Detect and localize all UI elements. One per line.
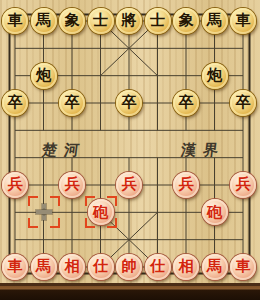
board-point-i9[interactable]: [229, 35, 258, 62]
board-point-i7[interactable]: 卒: [229, 89, 258, 116]
board-point-b3[interactable]: [29, 199, 58, 226]
piece-black-soldier-5[interactable]: 卒: [230, 90, 256, 116]
piece-red-soldier-5[interactable]: 兵: [230, 172, 256, 198]
board-point-e1[interactable]: 帥: [115, 253, 144, 280]
board-point-e4[interactable]: 兵: [115, 171, 144, 198]
board-point-g3[interactable]: [172, 199, 201, 226]
cross-center-diamond: [39, 208, 47, 216]
board-point-f3[interactable]: [143, 199, 172, 226]
board-point-f9[interactable]: [143, 35, 172, 62]
board-point-a7[interactable]: 卒: [1, 89, 30, 116]
board-point-b1[interactable]: 馬: [29, 253, 58, 280]
board-point-c6[interactable]: [58, 117, 87, 144]
piece-black-cannon-right[interactable]: 炮: [202, 63, 228, 89]
board-point-i5[interactable]: [229, 144, 258, 171]
board-point-h4[interactable]: [200, 171, 229, 198]
board-point-b6[interactable]: [29, 117, 58, 144]
board-point-f2[interactable]: [143, 226, 172, 253]
board-point-h7[interactable]: [200, 89, 229, 116]
board-point-h2[interactable]: [200, 226, 229, 253]
piece-black-advisor-right[interactable]: 士: [145, 8, 171, 34]
board-grid: 車馬象士將士象馬車炮炮卒卒卒卒卒兵兵兵兵兵砲砲車馬相仕帥仕相馬車: [1, 7, 258, 280]
board-point-f5[interactable]: [143, 144, 172, 171]
board-point-d5[interactable]: [86, 144, 115, 171]
board-point-d8[interactable]: [86, 62, 115, 89]
board-point-i1[interactable]: 車: [229, 253, 258, 280]
board-point-c3[interactable]: [58, 199, 87, 226]
piece-black-chariot-left[interactable]: 車: [2, 8, 28, 34]
piece-red-soldier-3[interactable]: 兵: [116, 172, 142, 198]
board-point-d3[interactable]: 砲: [86, 199, 115, 226]
board-point-e8[interactable]: [115, 62, 144, 89]
board-point-h1[interactable]: 馬: [200, 253, 229, 280]
board-point-c2[interactable]: [58, 226, 87, 253]
board-point-i2[interactable]: [229, 226, 258, 253]
piece-red-advisor-right[interactable]: 仕: [145, 254, 171, 280]
board-point-i6[interactable]: [229, 117, 258, 144]
piece-black-soldier-3[interactable]: 卒: [116, 90, 142, 116]
board-point-e5[interactable]: [115, 144, 144, 171]
board-point-b7[interactable]: [29, 89, 58, 116]
piece-red-chariot-right[interactable]: 車: [230, 254, 256, 280]
board-point-a10[interactable]: 車: [1, 7, 30, 34]
board-point-e3[interactable]: [115, 199, 144, 226]
board-point-f4[interactable]: [143, 171, 172, 198]
board-point-d2[interactable]: [86, 226, 115, 253]
board-point-c1[interactable]: 相: [58, 253, 87, 280]
piece-red-soldier-4[interactable]: 兵: [173, 172, 199, 198]
board-point-e10[interactable]: 將: [115, 7, 144, 34]
piece-black-chariot-right[interactable]: 車: [230, 8, 256, 34]
piece-black-elephant-right[interactable]: 象: [173, 8, 199, 34]
piece-black-soldier-4[interactable]: 卒: [173, 90, 199, 116]
piece-black-horse-right[interactable]: 馬: [202, 8, 228, 34]
board-point-h6[interactable]: [200, 117, 229, 144]
board-point-b5[interactable]: [29, 144, 58, 171]
board-point-a6[interactable]: [1, 117, 30, 144]
board-point-b4[interactable]: [29, 171, 58, 198]
board-point-g4[interactable]: 兵: [172, 171, 201, 198]
piece-black-soldier-2[interactable]: 卒: [59, 90, 85, 116]
piece-red-general[interactable]: 帥: [116, 254, 142, 280]
board-point-g7[interactable]: 卒: [172, 89, 201, 116]
board-point-c8[interactable]: [58, 62, 87, 89]
board-point-e9[interactable]: [115, 35, 144, 62]
board-point-i10[interactable]: 車: [229, 7, 258, 34]
board-point-f6[interactable]: [143, 117, 172, 144]
board-point-i8[interactable]: [229, 62, 258, 89]
board-point-f10[interactable]: 士: [143, 7, 172, 34]
piece-red-cannon-right[interactable]: 砲: [202, 199, 228, 225]
board-point-c9[interactable]: [58, 35, 87, 62]
piece-black-advisor-left[interactable]: 士: [88, 8, 114, 34]
board-point-e7[interactable]: 卒: [115, 89, 144, 116]
piece-black-elephant-left[interactable]: 象: [59, 8, 85, 34]
piece-black-soldier-1[interactable]: 卒: [2, 90, 28, 116]
board-point-g1[interactable]: 相: [172, 253, 201, 280]
board-point-h10[interactable]: 馬: [200, 7, 229, 34]
move-from-cross-marker: [36, 204, 52, 220]
board-point-f8[interactable]: [143, 62, 172, 89]
board-point-a9[interactable]: [1, 35, 30, 62]
piece-black-horse-left[interactable]: 馬: [31, 8, 57, 34]
board-point-d7[interactable]: [86, 89, 115, 116]
piece-black-cannon-left[interactable]: 炮: [31, 63, 57, 89]
board-point-c5[interactable]: [58, 144, 87, 171]
board-point-i3[interactable]: [229, 199, 258, 226]
board-front-edge: [0, 283, 260, 300]
board-point-a4[interactable]: 兵: [1, 171, 30, 198]
board-point-g9[interactable]: [172, 35, 201, 62]
board-point-c7[interactable]: 卒: [58, 89, 87, 116]
board-point-b8[interactable]: 炮: [29, 62, 58, 89]
board-point-a5[interactable]: [1, 144, 30, 171]
piece-red-elephant-right[interactable]: 相: [173, 254, 199, 280]
board-point-i4[interactable]: 兵: [229, 171, 258, 198]
board-point-a8[interactable]: [1, 62, 30, 89]
board-point-b10[interactable]: 馬: [29, 7, 58, 34]
board-point-d9[interactable]: [86, 35, 115, 62]
board-point-c4[interactable]: 兵: [58, 171, 87, 198]
board-point-d1[interactable]: 仕: [86, 253, 115, 280]
piece-red-chariot-left[interactable]: 車: [2, 254, 28, 280]
board-point-g10[interactable]: 象: [172, 7, 201, 34]
board-point-g2[interactable]: [172, 226, 201, 253]
board-point-e6[interactable]: [115, 117, 144, 144]
board-point-d6[interactable]: [86, 117, 115, 144]
piece-black-general[interactable]: 將: [116, 8, 142, 34]
board-point-f1[interactable]: 仕: [143, 253, 172, 280]
xiangqi-app: 楚河 漢界 車馬象士將士象馬車炮炮卒卒卒卒卒兵兵兵兵兵砲砲車馬相仕帥仕相馬車: [0, 0, 260, 300]
piece-red-elephant-left[interactable]: 相: [59, 254, 85, 280]
board-point-f7[interactable]: [143, 89, 172, 116]
board-point-h9[interactable]: [200, 35, 229, 62]
piece-red-soldier-1[interactable]: 兵: [2, 172, 28, 198]
board-point-h5[interactable]: [200, 144, 229, 171]
board-point-b9[interactable]: [29, 35, 58, 62]
piece-red-cannon-moved[interactable]: 砲: [88, 199, 114, 225]
board-point-d4[interactable]: [86, 171, 115, 198]
board-point-e2[interactable]: [115, 226, 144, 253]
board-point-g5[interactable]: [172, 144, 201, 171]
piece-red-advisor-left[interactable]: 仕: [88, 254, 114, 280]
board-point-c10[interactable]: 象: [58, 7, 87, 34]
board-point-a3[interactable]: [1, 199, 30, 226]
piece-red-horse-left[interactable]: 馬: [31, 254, 57, 280]
board-point-h3[interactable]: 砲: [200, 199, 229, 226]
board-point-d10[interactable]: 士: [86, 7, 115, 34]
board-point-b2[interactable]: [29, 226, 58, 253]
piece-red-soldier-2[interactable]: 兵: [59, 172, 85, 198]
board-point-a1[interactable]: 車: [1, 253, 30, 280]
board-point-g8[interactable]: [172, 62, 201, 89]
piece-red-horse-right[interactable]: 馬: [202, 254, 228, 280]
board-point-h8[interactable]: 炮: [200, 62, 229, 89]
board-point-g6[interactable]: [172, 117, 201, 144]
board-point-a2[interactable]: [1, 226, 30, 253]
